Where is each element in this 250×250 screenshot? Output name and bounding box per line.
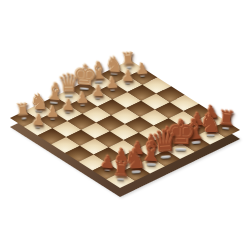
white-pawn-glyph: ♟ (61, 98, 75, 114)
chess-set-photo: ♜♞♟♝♟♚♟♛♟♝♟♞♟♜♟♟♟♟♜♟♞♟♝♟♚♟♛♟♝♟♞♜ (0, 0, 250, 250)
white-rook-glyph: ♜ (16, 102, 32, 120)
piece-white-rook-a1[interactable]: ♜ (16, 102, 32, 120)
piece-white-pawn-c2[interactable]: ♟ (61, 98, 75, 114)
white-pawn-glyph: ♟ (135, 61, 150, 77)
piece-white-pawn-b2[interactable]: ♟ (46, 105, 60, 121)
white-pawn-glyph: ♟ (121, 69, 135, 84)
piece-white-pawn-a2[interactable]: ♟ (31, 112, 46, 128)
piece-black-rook-a8[interactable]: ♜ (112, 160, 131, 181)
piece-white-pawn-g2[interactable]: ♟ (121, 69, 135, 84)
white-pawn-glyph: ♟ (76, 90, 90, 106)
white-pawn-glyph: ♟ (105, 76, 120, 92)
piece-white-pawn-d2[interactable]: ♟ (76, 90, 90, 106)
white-pawn-glyph: ♟ (46, 105, 60, 121)
black-rook-glyph: ♜ (112, 160, 131, 181)
piece-white-pawn-h2[interactable]: ♟ (135, 61, 150, 77)
piece-white-pawn-e2[interactable]: ♟ (91, 83, 105, 99)
piece-white-pawn-f2[interactable]: ♟ (105, 76, 120, 92)
white-pawn-glyph: ♟ (31, 112, 46, 128)
white-pawn-glyph: ♟ (91, 83, 105, 99)
